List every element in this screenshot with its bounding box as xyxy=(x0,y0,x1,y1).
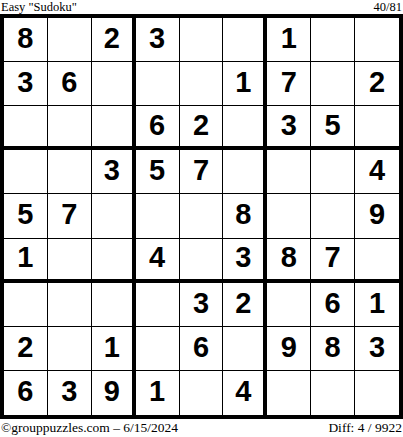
cell-r3c8[interactable]: 5 xyxy=(311,106,355,150)
puzzle-title: Easy "Sudoku" xyxy=(1,1,77,13)
cell-r1c6[interactable] xyxy=(223,18,267,62)
cell-r8c9[interactable]: 3 xyxy=(355,327,399,371)
cell-r9c9[interactable] xyxy=(355,371,399,415)
cell-r2c5[interactable] xyxy=(180,62,224,106)
cell-r1c4[interactable]: 3 xyxy=(136,18,180,62)
cell-r8c1[interactable]: 2 xyxy=(4,327,48,371)
cell-r8c7[interactable]: 9 xyxy=(267,327,311,371)
cell-r4c6[interactable] xyxy=(223,150,267,194)
copyright-date-label: ©grouppuzzles.com – 6/15/2024 xyxy=(1,421,178,435)
cell-r8c8[interactable]: 8 xyxy=(311,327,355,371)
cell-r7c1[interactable] xyxy=(4,283,48,327)
cell-r9c1[interactable]: 6 xyxy=(4,371,48,415)
cell-r3c3[interactable] xyxy=(92,106,136,150)
cell-r4c3[interactable]: 3 xyxy=(92,150,136,194)
cell-r5c1[interactable]: 5 xyxy=(4,194,48,238)
cell-r7c7[interactable] xyxy=(267,283,311,327)
cell-r3c9[interactable] xyxy=(355,106,399,150)
cell-r4c2[interactable] xyxy=(48,150,92,194)
cell-r9c3[interactable]: 9 xyxy=(92,371,136,415)
cell-r6c7[interactable]: 8 xyxy=(267,239,311,283)
cell-r5c7[interactable] xyxy=(267,194,311,238)
cell-r8c4[interactable] xyxy=(136,327,180,371)
cell-r5c3[interactable] xyxy=(92,194,136,238)
cell-r7c5[interactable]: 3 xyxy=(180,283,224,327)
cell-r1c7[interactable]: 1 xyxy=(267,18,311,62)
cell-r6c6[interactable]: 3 xyxy=(223,239,267,283)
cell-r3c7[interactable]: 3 xyxy=(267,106,311,150)
difficulty-label: Diff: 4 / 9922 xyxy=(328,421,402,435)
cell-r6c9[interactable] xyxy=(355,239,399,283)
cell-r9c4[interactable]: 1 xyxy=(136,371,180,415)
cell-r3c4[interactable]: 6 xyxy=(136,106,180,150)
cell-r9c5[interactable] xyxy=(180,371,224,415)
cell-r2c1[interactable]: 3 xyxy=(4,62,48,106)
cell-r2c4[interactable] xyxy=(136,62,180,106)
cell-r9c7[interactable] xyxy=(267,371,311,415)
cell-r5c5[interactable] xyxy=(180,194,224,238)
cell-r5c6[interactable]: 8 xyxy=(223,194,267,238)
cell-r6c1[interactable]: 1 xyxy=(4,239,48,283)
cell-r4c7[interactable] xyxy=(267,150,311,194)
cell-r5c9[interactable]: 9 xyxy=(355,194,399,238)
cell-r2c7[interactable]: 7 xyxy=(267,62,311,106)
cell-r7c8[interactable]: 6 xyxy=(311,283,355,327)
cell-r6c2[interactable] xyxy=(48,239,92,283)
cell-r5c4[interactable] xyxy=(136,194,180,238)
cell-r1c8[interactable] xyxy=(311,18,355,62)
cell-r8c3[interactable]: 1 xyxy=(92,327,136,371)
cell-r4c1[interactable] xyxy=(4,150,48,194)
cell-r7c2[interactable] xyxy=(48,283,92,327)
cell-r3c1[interactable] xyxy=(4,106,48,150)
cell-r7c4[interactable] xyxy=(136,283,180,327)
cell-r6c5[interactable] xyxy=(180,239,224,283)
cell-r9c2[interactable]: 3 xyxy=(48,371,92,415)
sudoku-board: 8231361726235357457891438732612169836391… xyxy=(0,14,403,419)
cell-r4c4[interactable]: 5 xyxy=(136,150,180,194)
cell-r2c3[interactable] xyxy=(92,62,136,106)
cell-r6c4[interactable]: 4 xyxy=(136,239,180,283)
cell-r8c5[interactable]: 6 xyxy=(180,327,224,371)
cell-r7c6[interactable]: 2 xyxy=(223,283,267,327)
cell-r4c5[interactable]: 7 xyxy=(180,150,224,194)
cell-r8c2[interactable] xyxy=(48,327,92,371)
cell-r9c8[interactable] xyxy=(311,371,355,415)
cell-r1c5[interactable] xyxy=(180,18,224,62)
cell-r1c1[interactable]: 8 xyxy=(4,18,48,62)
cell-r3c5[interactable]: 2 xyxy=(180,106,224,150)
cell-r2c8[interactable] xyxy=(311,62,355,106)
cell-r6c8[interactable]: 7 xyxy=(311,239,355,283)
cell-r5c2[interactable]: 7 xyxy=(48,194,92,238)
cell-r8c6[interactable] xyxy=(223,327,267,371)
cell-r1c9[interactable] xyxy=(355,18,399,62)
sudoku-page: Easy "Sudoku" 40/81 82313617262353574578… xyxy=(0,0,403,437)
cell-r5c8[interactable] xyxy=(311,194,355,238)
cell-r4c8[interactable] xyxy=(311,150,355,194)
cell-r6c3[interactable] xyxy=(92,239,136,283)
cell-r3c6[interactable] xyxy=(223,106,267,150)
cell-r1c3[interactable]: 2 xyxy=(92,18,136,62)
cell-r2c2[interactable]: 6 xyxy=(48,62,92,106)
footer: ©grouppuzzles.com – 6/15/2024 Diff: 4 / … xyxy=(0,419,403,437)
cell-r3c2[interactable] xyxy=(48,106,92,150)
cell-r7c3[interactable] xyxy=(92,283,136,327)
header: Easy "Sudoku" 40/81 xyxy=(0,0,403,14)
cell-r7c9[interactable]: 1 xyxy=(355,283,399,327)
cell-r9c6[interactable]: 4 xyxy=(223,371,267,415)
cell-r2c9[interactable]: 2 xyxy=(355,62,399,106)
cells-remaining-counter: 40/81 xyxy=(374,1,402,13)
cell-r1c2[interactable] xyxy=(48,18,92,62)
cell-r2c6[interactable]: 1 xyxy=(223,62,267,106)
cell-r4c9[interactable]: 4 xyxy=(355,150,399,194)
